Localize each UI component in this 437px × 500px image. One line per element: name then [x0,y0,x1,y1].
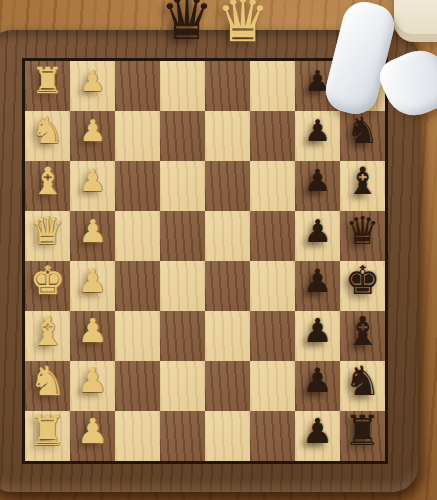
square-e7: ♟ [295,261,340,311]
square-c4 [160,161,205,211]
square-e6 [250,261,295,311]
square-g4 [160,361,205,411]
square-h7: ♟ [295,411,340,461]
square-h3 [115,411,160,461]
square-h4 [160,411,205,461]
square-b4 [160,111,205,161]
square-f6 [250,311,295,361]
square-f7: ♟ [295,311,340,361]
square-e8: ♚ [340,261,385,311]
white-pawn: ♟ [70,306,115,356]
black-pawn: ♟ [295,206,340,256]
square-g2: ♟ [70,361,115,411]
square-f2: ♟ [70,311,115,361]
square-d8: ♛ [340,211,385,261]
white-rook: ♜ [25,56,70,106]
square-e5 [205,261,250,311]
square-h2: ♟ [70,411,115,461]
black-pawn: ♟ [295,256,340,306]
white-pawn: ♟ [70,406,115,456]
square-g6 [250,361,295,411]
black-rook: ♜ [340,406,385,456]
square-b7: ♟ [295,111,340,161]
square-d2: ♟ [70,211,115,261]
square-c5 [205,161,250,211]
square-d3 [115,211,160,261]
square-e2: ♟ [70,261,115,311]
black-knight: ♞ [340,106,385,156]
white-knight: ♞ [25,106,70,156]
square-c7: ♟ [295,161,340,211]
square-a4 [160,61,205,111]
square-f4 [160,311,205,361]
black-pawn: ♟ [295,306,340,356]
white-pawn: ♟ [70,356,115,406]
black-pawn: ♟ [295,106,340,156]
square-f1: ♝ [25,311,70,361]
spare-black-queen: ♛ [160,0,214,48]
square-d4 [160,211,205,261]
black-pawn: ♟ [295,406,340,456]
white-bishop: ♝ [25,156,70,206]
black-bishop: ♝ [340,156,385,206]
square-h8: ♜ [340,411,385,461]
square-a5 [205,61,250,111]
board-grid: ♜♟♟♜♞♟♟♞♝♟♟♝♛♟♟♛♚♟♟♚♝♟♟♝♞♟♟♞♜♟♟♜ [25,61,385,461]
spare-white-queen: ♛ [216,0,270,50]
square-f5 [205,311,250,361]
black-pawn: ♟ [295,156,340,206]
square-g3 [115,361,160,411]
square-g8: ♞ [340,361,385,411]
white-pawn: ♟ [70,156,115,206]
square-a6 [250,61,295,111]
white-knight: ♞ [25,356,70,406]
chess-board: ♜♟♟♜♞♟♟♞♝♟♟♝♛♟♟♛♚♟♟♚♝♟♟♝♞♟♟♞♜♟♟♜ [22,58,388,464]
square-g5 [205,361,250,411]
square-e1: ♚ [25,261,70,311]
square-f8: ♝ [340,311,385,361]
square-b2: ♟ [70,111,115,161]
square-c2: ♟ [70,161,115,211]
square-d6 [250,211,295,261]
square-d5 [205,211,250,261]
square-b3 [115,111,160,161]
photo-scene: ♛ ♛ ♜♟♟♜♞♟♟♞♝♟♟♝♛♟♟♛♚♟♟♚♝♟♟♝♞♟♟♞♜♟♟♜ [0,0,437,500]
white-pawn: ♟ [70,56,115,106]
black-king: ♚ [340,256,385,306]
square-g7: ♟ [295,361,340,411]
square-d7: ♟ [295,211,340,261]
white-bishop: ♝ [25,306,70,356]
square-b5 [205,111,250,161]
cream-case-corner [394,0,437,42]
square-a3 [115,61,160,111]
square-e4 [160,261,205,311]
white-pawn: ♟ [70,206,115,256]
square-a2: ♟ [70,61,115,111]
square-b1: ♞ [25,111,70,161]
white-rook: ♜ [25,406,70,456]
white-queen: ♛ [25,206,70,256]
square-h1: ♜ [25,411,70,461]
white-king: ♚ [25,256,70,306]
square-g1: ♞ [25,361,70,411]
square-c6 [250,161,295,211]
white-pawn: ♟ [70,106,115,156]
square-f3 [115,311,160,361]
black-bishop: ♝ [340,306,385,356]
square-h6 [250,411,295,461]
white-pawn: ♟ [70,256,115,306]
square-b8: ♞ [340,111,385,161]
square-b6 [250,111,295,161]
square-c8: ♝ [340,161,385,211]
square-c3 [115,161,160,211]
square-e3 [115,261,160,311]
black-knight: ♞ [340,356,385,406]
square-a1: ♜ [25,61,70,111]
square-c1: ♝ [25,161,70,211]
square-h5 [205,411,250,461]
square-d1: ♛ [25,211,70,261]
black-queen: ♛ [340,206,385,256]
black-pawn: ♟ [295,356,340,406]
